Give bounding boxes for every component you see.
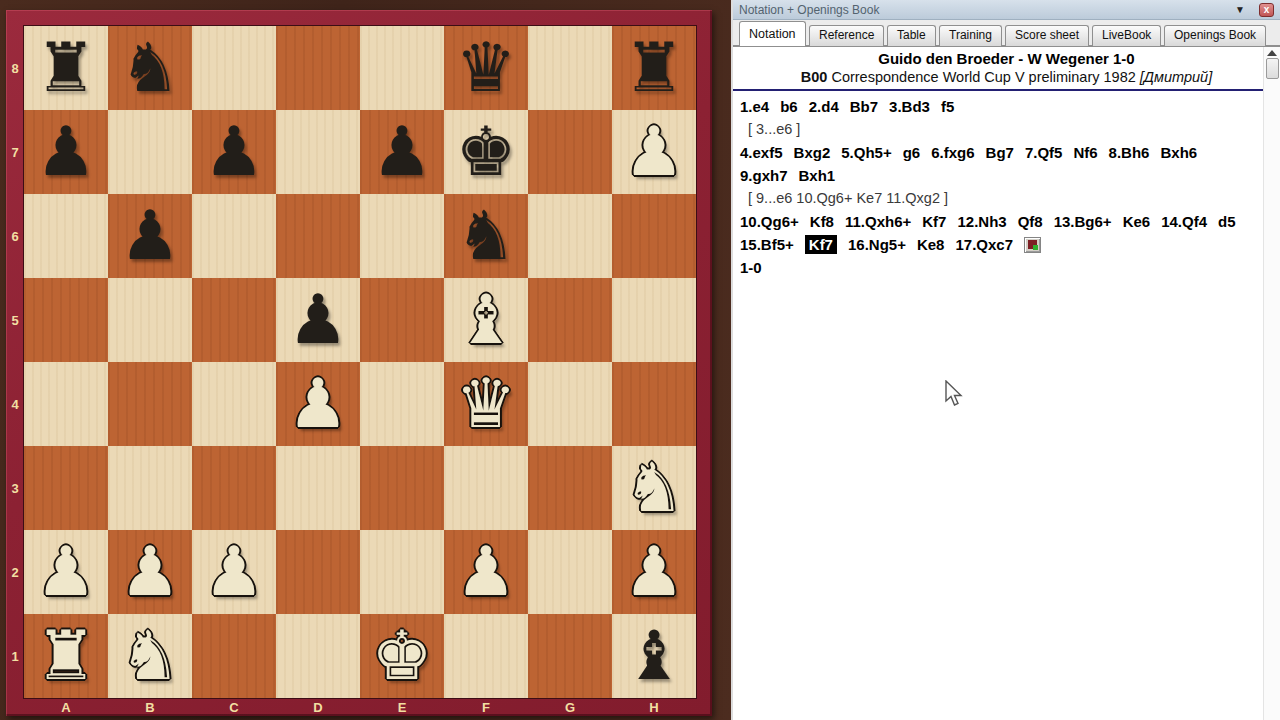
- white-knight[interactable]: ♞: [624, 454, 685, 522]
- move-token[interactable]: Bg7: [986, 144, 1014, 161]
- event-name: Correspondence World Cup V preliminary 1…: [831, 69, 1135, 85]
- square-f6[interactable]: ♞: [444, 194, 528, 278]
- square-b6[interactable]: ♟: [108, 194, 192, 278]
- square-a7[interactable]: ♟: [24, 110, 108, 194]
- square-e6[interactable]: [360, 194, 444, 278]
- square-d7[interactable]: [276, 110, 360, 194]
- rank-labels: 87654321: [6, 26, 24, 698]
- white-pawn[interactable]: ♟: [288, 370, 349, 438]
- notation-panel: Notation + Openings Book ▼ x NotationRef…: [731, 0, 1280, 720]
- white-rook[interactable]: ♜: [36, 622, 97, 690]
- move-token[interactable]: Bb7: [850, 98, 878, 115]
- square-e5[interactable]: [360, 278, 444, 362]
- move-line: 4.exf5Bxg25.Qh5+g66.fxg6Bg77.Qf5Nf68.Bh6…: [740, 141, 1260, 164]
- move-token[interactable]: Bxh6: [1160, 144, 1197, 161]
- move-token[interactable]: 4.exf5: [740, 144, 783, 161]
- square-c1[interactable]: [192, 614, 276, 698]
- tab-score-sheet[interactable]: Score sheet: [1005, 25, 1089, 46]
- event-line: B00 Correspondence World Cup V prelimina…: [733, 69, 1280, 85]
- rank-label-7: 7: [6, 110, 24, 194]
- dropdown-icon[interactable]: ▼: [1235, 4, 1245, 15]
- current-move[interactable]: Kf7: [805, 235, 837, 254]
- panel-title: Notation + Openings Book: [739, 3, 1235, 17]
- scroll-up-icon[interactable]: [1267, 50, 1277, 56]
- square-e2[interactable]: [360, 530, 444, 614]
- black-rook[interactable]: ♜: [36, 34, 97, 102]
- move-token[interactable]: 6.fxg6: [931, 144, 974, 161]
- move-token[interactable]: 9.gxh7: [740, 167, 788, 184]
- white-pawn[interactable]: ♟: [204, 538, 265, 606]
- square-f5[interactable]: ♝: [444, 278, 528, 362]
- file-label-d: D: [276, 698, 360, 716]
- square-f4[interactable]: ♛: [444, 362, 528, 446]
- tab-table[interactable]: Table: [887, 25, 936, 46]
- square-h2[interactable]: ♟: [612, 530, 696, 614]
- move-token[interactable]: Kf7: [922, 213, 946, 230]
- move-token[interactable]: d5: [1218, 213, 1236, 230]
- move-token[interactable]: 8.Bh6: [1109, 144, 1150, 161]
- square-b8[interactable]: ♞: [108, 26, 192, 110]
- tab-training[interactable]: Training: [939, 25, 1002, 46]
- panel-titlebar: Notation + Openings Book ▼ x: [733, 0, 1280, 20]
- white-pawn[interactable]: ♟: [120, 538, 181, 606]
- file-labels: ABCDEFGH: [24, 698, 696, 716]
- white-pawn[interactable]: ♟: [624, 118, 685, 186]
- square-b4[interactable]: [108, 362, 192, 446]
- move-token[interactable]: Kf8: [810, 213, 834, 230]
- square-d8[interactable]: [276, 26, 360, 110]
- move-token[interactable]: 13.Bg6+: [1054, 213, 1112, 230]
- board-area: 87654321 ♜♞♛♜♟♟♟♚♟♟♞♟♝♟♛♞♟♟♟♟♟♜♞♚♝ ABCDE…: [0, 0, 731, 720]
- diagram-icon[interactable]: [1024, 237, 1041, 253]
- square-a3[interactable]: [24, 446, 108, 530]
- square-c6[interactable]: [192, 194, 276, 278]
- variation-line: [ 9...e6 10.Qg6+ Ke7 11.Qxg2 ]: [740, 187, 1260, 210]
- rank-label-3: 3: [6, 446, 24, 530]
- move-token[interactable]: 16.Ng5+: [848, 236, 906, 253]
- move-token[interactable]: 3.Bd3: [889, 98, 930, 115]
- rank-label-6: 6: [6, 194, 24, 278]
- square-d1[interactable]: [276, 614, 360, 698]
- square-d2[interactable]: [276, 530, 360, 614]
- square-b5[interactable]: [108, 278, 192, 362]
- square-b3[interactable]: [108, 446, 192, 530]
- square-e8[interactable]: [360, 26, 444, 110]
- move-token[interactable]: g6: [903, 144, 921, 161]
- move-line: 9.gxh7Bxh1: [740, 164, 1260, 187]
- chess-board[interactable]: ♜♞♛♜♟♟♟♚♟♟♞♟♝♟♛♞♟♟♟♟♟♜♞♚♝: [24, 26, 696, 698]
- move-token[interactable]: 5.Qh5+: [841, 144, 891, 161]
- square-a8[interactable]: ♜: [24, 26, 108, 110]
- tab-livebook[interactable]: LiveBook: [1092, 25, 1161, 46]
- move-token[interactable]: 15.Bf5+: [740, 236, 794, 253]
- move-token[interactable]: 11.Qxh6+: [845, 213, 911, 230]
- square-f1[interactable]: [444, 614, 528, 698]
- black-pawn[interactable]: ♟: [120, 202, 181, 270]
- square-e7[interactable]: ♟: [360, 110, 444, 194]
- tab-reference[interactable]: Reference: [809, 25, 884, 46]
- square-c7[interactable]: ♟: [192, 110, 276, 194]
- square-d6[interactable]: [276, 194, 360, 278]
- file-label-h: H: [612, 698, 696, 716]
- scrollbar[interactable]: [1263, 47, 1280, 720]
- square-f8[interactable]: ♛: [444, 26, 528, 110]
- board-frame: 87654321 ♜♞♛♜♟♟♟♚♟♟♞♟♝♟♛♞♟♟♟♟♟♜♞♚♝ ABCDE…: [6, 10, 712, 716]
- white-pawn[interactable]: ♟: [624, 538, 685, 606]
- white-pawn[interactable]: ♟: [456, 538, 517, 606]
- square-b2[interactable]: ♟: [108, 530, 192, 614]
- square-h5[interactable]: [612, 278, 696, 362]
- file-label-f: F: [444, 698, 528, 716]
- square-c8[interactable]: [192, 26, 276, 110]
- square-e4[interactable]: [360, 362, 444, 446]
- square-g7[interactable]: [528, 110, 612, 194]
- black-queen[interactable]: ♛: [456, 34, 517, 102]
- move-token[interactable]: 10.Qg6+: [740, 213, 799, 230]
- move-line: 15.Bf5+Kf716.Ng5+Ke817.Qxc7: [740, 233, 1260, 256]
- square-b1[interactable]: ♞: [108, 614, 192, 698]
- move-token[interactable]: Nf6: [1073, 144, 1097, 161]
- rank-label-4: 4: [6, 362, 24, 446]
- square-a5[interactable]: [24, 278, 108, 362]
- file-label-g: G: [528, 698, 612, 716]
- notation-content: Guido den Broeder - W Wegener 1-0 B00 Co…: [733, 46, 1280, 720]
- move-token[interactable]: 1.e4: [740, 98, 769, 115]
- square-g8[interactable]: [528, 26, 612, 110]
- square-d3[interactable]: [276, 446, 360, 530]
- square-b7[interactable]: [108, 110, 192, 194]
- square-c5[interactable]: [192, 278, 276, 362]
- tab-notation[interactable]: Notation: [739, 21, 806, 46]
- white-pawn[interactable]: ♟: [36, 538, 97, 606]
- black-pawn[interactable]: ♟: [372, 118, 433, 186]
- rank-label-5: 5: [6, 278, 24, 362]
- move-line: 1-0: [740, 256, 1260, 279]
- mouse-cursor: [944, 380, 964, 408]
- square-h7[interactable]: ♟: [612, 110, 696, 194]
- square-h8[interactable]: ♜: [612, 26, 696, 110]
- black-knight[interactable]: ♞: [120, 34, 181, 102]
- square-f7[interactable]: ♚: [444, 110, 528, 194]
- square-c3[interactable]: [192, 446, 276, 530]
- square-g3[interactable]: [528, 446, 612, 530]
- square-a2[interactable]: ♟: [24, 530, 108, 614]
- square-h3[interactable]: ♞: [612, 446, 696, 530]
- square-a1[interactable]: ♜: [24, 614, 108, 698]
- tab-strip: NotationReferenceTableTrainingScore shee…: [733, 20, 1280, 46]
- move-token[interactable]: 1-0: [740, 259, 762, 276]
- square-f3[interactable]: [444, 446, 528, 530]
- square-g6[interactable]: [528, 194, 612, 278]
- black-pawn[interactable]: ♟: [204, 118, 265, 186]
- move-token[interactable]: 7.Qf5: [1025, 144, 1063, 161]
- square-d5[interactable]: ♟: [276, 278, 360, 362]
- black-bishop[interactable]: ♝: [624, 622, 685, 690]
- white-queen[interactable]: ♛: [456, 370, 517, 438]
- move-line: 10.Qg6+Kf811.Qxh6+Kf712.Nh3Qf813.Bg6+Ke6…: [740, 210, 1260, 233]
- black-rook[interactable]: ♜: [624, 34, 685, 102]
- square-e1[interactable]: ♚: [360, 614, 444, 698]
- square-c4[interactable]: [192, 362, 276, 446]
- move-token[interactable]: 12.Nh3: [957, 213, 1006, 230]
- square-d4[interactable]: ♟: [276, 362, 360, 446]
- file-label-e: E: [360, 698, 444, 716]
- tab-openings-book[interactable]: Openings Book: [1164, 25, 1266, 46]
- square-f2[interactable]: ♟: [444, 530, 528, 614]
- move-token[interactable]: f5: [941, 98, 954, 115]
- eco-code: B00: [801, 69, 828, 85]
- square-a6[interactable]: [24, 194, 108, 278]
- players-result: Guido den Broeder - W Wegener 1-0: [733, 50, 1280, 67]
- scroll-thumb[interactable]: [1266, 58, 1279, 79]
- move-token[interactable]: 14.Qf4: [1161, 213, 1207, 230]
- square-g5[interactable]: [528, 278, 612, 362]
- move-list: 1.e4b62.d4Bb73.Bd3f5[ 3...e6 ]4.exf5Bxg2…: [733, 91, 1280, 279]
- white-knight[interactable]: ♞: [120, 622, 181, 690]
- file-label-c: C: [192, 698, 276, 716]
- move-token[interactable]: Bxh1: [799, 167, 836, 184]
- move-token[interactable]: Ke8: [917, 236, 945, 253]
- square-h4[interactable]: [612, 362, 696, 446]
- black-pawn[interactable]: ♟: [36, 118, 97, 186]
- move-token[interactable]: Qf8: [1018, 213, 1043, 230]
- move-token[interactable]: b6: [780, 98, 798, 115]
- square-g2[interactable]: [528, 530, 612, 614]
- white-bishop[interactable]: ♝: [456, 286, 517, 354]
- move-token[interactable]: Ke6: [1123, 213, 1151, 230]
- square-e3[interactable]: [360, 446, 444, 530]
- game-header: Guido den Broeder - W Wegener 1-0 B00 Co…: [733, 47, 1280, 91]
- file-label-a: A: [24, 698, 108, 716]
- square-g1[interactable]: [528, 614, 612, 698]
- white-king[interactable]: ♚: [372, 622, 433, 690]
- variation-line: [ 3...e6 ]: [740, 118, 1260, 141]
- file-label-b: B: [108, 698, 192, 716]
- rank-label-2: 2: [6, 530, 24, 614]
- black-pawn[interactable]: ♟: [288, 286, 349, 354]
- move-token[interactable]: 2.d4: [809, 98, 839, 115]
- annotator: [Дмитрий]: [1140, 69, 1212, 85]
- black-knight[interactable]: ♞: [456, 202, 517, 270]
- rank-label-1: 1: [6, 614, 24, 698]
- black-king[interactable]: ♚: [456, 118, 517, 186]
- move-token[interactable]: Bxg2: [794, 144, 831, 161]
- move-line: 1.e4b62.d4Bb73.Bd3f5: [740, 95, 1260, 118]
- square-h1[interactable]: ♝: [612, 614, 696, 698]
- square-h6[interactable]: [612, 194, 696, 278]
- close-icon[interactable]: x: [1259, 3, 1274, 17]
- square-c2[interactable]: ♟: [192, 530, 276, 614]
- move-token[interactable]: 17.Qxc7: [955, 236, 1013, 253]
- square-g4[interactable]: [528, 362, 612, 446]
- square-a4[interactable]: [24, 362, 108, 446]
- rank-label-8: 8: [6, 26, 24, 110]
